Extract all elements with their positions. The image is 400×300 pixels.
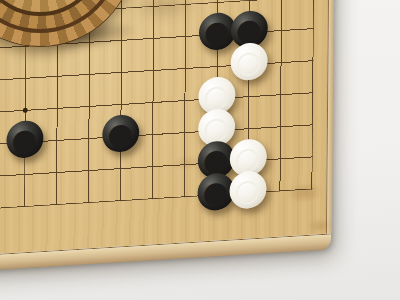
black-stone-glyph: ● [202,172,228,211]
white-stone-R1[interactable]: ○ [229,170,266,209]
black-stone-N3[interactable]: ● [102,113,139,152]
white-stone-R5[interactable]: ○ [230,41,267,80]
white-stone-glyph: ○ [235,42,261,81]
go-photo-scene: ●●○○○●○●○●● [0,0,400,300]
white-stone-glyph: ○ [234,170,260,209]
black-stone-glyph: ● [107,114,133,153]
black-stone-K3[interactable]: ● [6,119,43,158]
black-stone-glyph: ● [11,120,37,159]
